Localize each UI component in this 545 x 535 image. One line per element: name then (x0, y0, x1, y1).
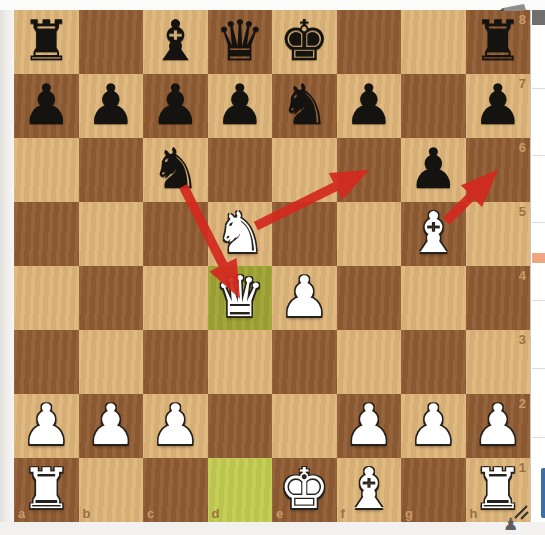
square-e2[interactable] (272, 394, 337, 458)
square-a8[interactable]: ♜ (14, 10, 79, 74)
square-g6[interactable]: ♟ (401, 138, 466, 202)
square-h5[interactable]: 5 (466, 202, 531, 266)
coord-file-a: a (18, 506, 25, 521)
black-pawn[interactable]: ♟ (150, 77, 200, 133)
panel-row-separator (532, 88, 545, 89)
square-e8[interactable]: ♚ (272, 10, 337, 74)
coord-file-f: f (341, 506, 345, 521)
coord-file-d: d (212, 506, 220, 521)
square-d8[interactable]: ♛ (208, 10, 273, 74)
square-f2[interactable]: ♟ (337, 394, 402, 458)
page-bottom-strip (0, 522, 545, 535)
square-g3[interactable] (401, 330, 466, 394)
square-g4[interactable] (401, 266, 466, 330)
coord-file-g: g (405, 506, 413, 521)
square-c6[interactable]: ♞ (143, 138, 208, 202)
coord-rank-8: 8 (519, 12, 526, 27)
chess-board[interactable]: ♜♝♛♚♜8♟♟♟♟♞♟♟7♞♟6♞♝5♛♟43♟♟♟♟♟♟2♜abcd♚e♝f… (14, 10, 530, 522)
black-pawn[interactable]: ♟ (86, 77, 136, 133)
square-f4[interactable] (337, 266, 402, 330)
black-pawn[interactable]: ♟ (215, 77, 265, 133)
white-rook[interactable]: ♜ (21, 461, 71, 517)
square-f8[interactable] (337, 10, 402, 74)
coord-rank-3: 3 (519, 332, 526, 347)
page-top-strip (0, 0, 545, 10)
coord-rank-1: 1 (519, 460, 526, 475)
black-pawn[interactable]: ♟ (344, 77, 394, 133)
square-d7[interactable]: ♟ (208, 74, 273, 138)
square-f7[interactable]: ♟ (337, 74, 402, 138)
square-e3[interactable] (272, 330, 337, 394)
pencil-icon[interactable] (494, 0, 526, 11)
square-f3[interactable] (337, 330, 402, 394)
coord-file-b: b (83, 506, 91, 521)
square-b1[interactable]: b (79, 458, 144, 522)
square-d1[interactable]: d (208, 458, 273, 522)
square-b8[interactable] (79, 10, 144, 74)
square-a4[interactable] (14, 266, 79, 330)
square-e5[interactable] (272, 202, 337, 266)
black-pawn[interactable]: ♟ (21, 77, 71, 133)
square-b6[interactable] (79, 138, 144, 202)
square-f1[interactable]: ♝f (337, 458, 402, 522)
square-a1[interactable]: ♜a (14, 458, 79, 522)
coord-file-c: c (147, 506, 154, 521)
square-g8[interactable] (401, 10, 466, 74)
square-c5[interactable] (143, 202, 208, 266)
square-c2[interactable]: ♟ (143, 394, 208, 458)
white-pawn[interactable]: ♟ (408, 397, 458, 453)
black-pawn[interactable]: ♟ (473, 77, 523, 133)
square-d2[interactable] (208, 394, 273, 458)
white-knight[interactable]: ♞ (215, 205, 265, 261)
coord-rank-5: 5 (519, 204, 526, 219)
white-pawn[interactable]: ♟ (344, 397, 394, 453)
square-b3[interactable] (79, 330, 144, 394)
square-e7[interactable]: ♞ (272, 74, 337, 138)
black-queen[interactable]: ♛ (215, 13, 265, 69)
scrollbar-thumb[interactable] (532, 10, 545, 25)
square-g1[interactable]: g (401, 458, 466, 522)
coord-rank-4: 4 (519, 268, 526, 283)
square-g2[interactable]: ♟ (401, 394, 466, 458)
square-b2[interactable]: ♟ (79, 394, 144, 458)
black-knight[interactable]: ♞ (279, 77, 329, 133)
square-a5[interactable] (14, 202, 79, 266)
white-bishop[interactable]: ♝ (344, 461, 394, 517)
white-queen[interactable]: ♛ (215, 269, 265, 325)
coord-rank-2: 2 (519, 396, 526, 411)
side-panel (530, 10, 545, 522)
square-d5[interactable]: ♞ (208, 202, 273, 266)
square-b4[interactable] (79, 266, 144, 330)
panel-row-separator (532, 368, 545, 369)
white-pawn[interactable]: ♟ (279, 269, 329, 325)
coord-file-h: h (470, 506, 478, 521)
square-h4[interactable]: 4 (466, 266, 531, 330)
square-h2[interactable]: ♟2 (466, 394, 531, 458)
square-a6[interactable] (14, 138, 79, 202)
square-c4[interactable] (143, 266, 208, 330)
black-rook[interactable]: ♜ (473, 13, 523, 69)
square-f6[interactable] (337, 138, 402, 202)
black-knight[interactable]: ♞ (150, 141, 200, 197)
square-a7[interactable]: ♟ (14, 74, 79, 138)
panel-row-separator (532, 300, 545, 301)
panel-highlighted-row[interactable] (532, 253, 545, 263)
coord-file-e: e (276, 506, 283, 521)
square-a2[interactable]: ♟ (14, 394, 79, 458)
white-pawn[interactable]: ♟ (21, 397, 71, 453)
square-h8[interactable]: ♜8 (466, 10, 531, 74)
square-d3[interactable] (208, 330, 273, 394)
white-bishop[interactable]: ♝ (408, 205, 458, 261)
square-g7[interactable] (401, 74, 466, 138)
square-b5[interactable] (79, 202, 144, 266)
panel-row-separator (532, 437, 545, 438)
panel-row-separator (532, 155, 545, 156)
square-c1[interactable]: c (143, 458, 208, 522)
square-e6[interactable] (272, 138, 337, 202)
square-g5[interactable]: ♝ (401, 202, 466, 266)
page-left-strip (0, 10, 14, 522)
square-e1[interactable]: ♚e (272, 458, 337, 522)
black-king[interactable]: ♚ (279, 13, 329, 69)
square-c8[interactable]: ♝ (143, 10, 208, 74)
white-pawn[interactable]: ♟ (86, 397, 136, 453)
square-c3[interactable] (143, 330, 208, 394)
square-h6[interactable]: 6 (466, 138, 531, 202)
square-d4[interactable]: ♛ (208, 266, 273, 330)
square-a3[interactable] (14, 330, 79, 394)
resize-handle-icon[interactable] (512, 503, 530, 520)
coord-rank-7: 7 (519, 76, 526, 91)
white-king[interactable]: ♚ (279, 461, 329, 517)
square-f5[interactable] (337, 202, 402, 266)
black-rook[interactable]: ♜ (21, 13, 71, 69)
black-bishop[interactable]: ♝ (150, 13, 200, 69)
square-b7[interactable]: ♟ (79, 74, 144, 138)
square-h7[interactable]: ♟7 (466, 74, 531, 138)
black-pawn[interactable]: ♟ (408, 141, 458, 197)
panel-row-separator (532, 222, 545, 223)
square-h3[interactable]: 3 (466, 330, 531, 394)
coord-rank-6: 6 (519, 140, 526, 155)
square-c7[interactable]: ♟ (143, 74, 208, 138)
square-d6[interactable] (208, 138, 273, 202)
panel-blue-button-edge[interactable] (541, 468, 545, 518)
white-pawn[interactable]: ♟ (473, 397, 523, 453)
white-pawn[interactable]: ♟ (150, 397, 200, 453)
square-e4[interactable]: ♟ (272, 266, 337, 330)
